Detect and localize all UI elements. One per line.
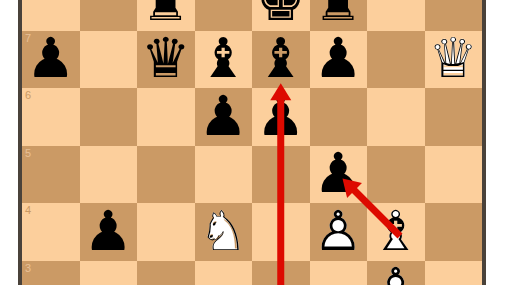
square-d5[interactable] bbox=[195, 146, 253, 204]
bishop-glyph-outline: ♗ bbox=[367, 203, 425, 261]
square-b3[interactable] bbox=[80, 261, 138, 285]
square-b4[interactable]: ♟ bbox=[80, 203, 138, 261]
square-d4[interactable]: ♞♘ bbox=[195, 203, 253, 261]
rank-label-3: 3 bbox=[25, 262, 31, 274]
square-c3[interactable] bbox=[137, 261, 195, 285]
chess-diagram: ♜♚♜7♟♛♝♝♟♛♕6♟♟5♟4♟♞♘♟♙♝♗3♟♙ bbox=[0, 0, 506, 285]
square-e3[interactable] bbox=[252, 261, 310, 285]
black-pawn-b4[interactable]: ♟ bbox=[80, 203, 138, 261]
black-bishop-d7[interactable]: ♝ bbox=[195, 31, 253, 89]
square-h6[interactable] bbox=[425, 88, 483, 146]
pawn-glyph: ♟ bbox=[310, 31, 368, 89]
black-pawn-f5[interactable]: ♟ bbox=[310, 146, 368, 204]
square-a3[interactable]: 3 bbox=[22, 261, 80, 285]
square-f3[interactable] bbox=[310, 261, 368, 285]
queen-glyph: ♛ bbox=[137, 31, 195, 89]
square-h3[interactable] bbox=[425, 261, 483, 285]
square-f7[interactable]: ♟ bbox=[310, 31, 368, 89]
white-pawn-g3[interactable]: ♟♙ bbox=[367, 261, 425, 285]
rank-label-4: 4 bbox=[25, 204, 31, 216]
chess-board: ♜♚♜7♟♛♝♝♟♛♕6♟♟5♟4♟♞♘♟♙♝♗3♟♙ bbox=[18, 0, 486, 285]
pawn-glyph: ♟ bbox=[80, 203, 138, 261]
rank-label-6: 6 bbox=[25, 89, 31, 101]
square-g7[interactable] bbox=[367, 31, 425, 89]
black-pawn-e6[interactable]: ♟ bbox=[252, 88, 310, 146]
board-grid: ♜♚♜7♟♛♝♝♟♛♕6♟♟5♟4♟♞♘♟♙♝♗3♟♙ bbox=[22, 0, 482, 285]
square-c5[interactable] bbox=[137, 146, 195, 204]
black-pawn-a7[interactable]: ♟ bbox=[22, 31, 80, 89]
pawn-glyph: ♟ bbox=[195, 88, 253, 146]
square-b6[interactable] bbox=[80, 88, 138, 146]
square-b5[interactable] bbox=[80, 146, 138, 204]
rank-label-5: 5 bbox=[25, 147, 31, 159]
square-a5[interactable]: 5 bbox=[22, 146, 80, 204]
white-knight-d4[interactable]: ♞♘ bbox=[195, 203, 253, 261]
white-queen-h7[interactable]: ♛♕ bbox=[425, 31, 483, 89]
square-b7[interactable] bbox=[80, 31, 138, 89]
square-h4[interactable] bbox=[425, 203, 483, 261]
square-c6[interactable] bbox=[137, 88, 195, 146]
pawn-glyph: ♟ bbox=[310, 146, 368, 204]
square-c7[interactable]: ♛ bbox=[137, 31, 195, 89]
bishop-glyph: ♝ bbox=[195, 31, 253, 89]
square-g4[interactable]: ♝♗ bbox=[367, 203, 425, 261]
black-pawn-d6[interactable]: ♟ bbox=[195, 88, 253, 146]
pawn-glyph: ♟ bbox=[22, 31, 80, 89]
black-queen-c7[interactable]: ♛ bbox=[137, 31, 195, 89]
square-g3[interactable]: ♟♙ bbox=[367, 261, 425, 285]
square-e4[interactable] bbox=[252, 203, 310, 261]
square-f6[interactable] bbox=[310, 88, 368, 146]
pawn-glyph-outline: ♙ bbox=[310, 203, 368, 261]
square-f4[interactable]: ♟♙ bbox=[310, 203, 368, 261]
square-b8[interactable] bbox=[80, 0, 138, 31]
square-h5[interactable] bbox=[425, 146, 483, 204]
square-d3[interactable] bbox=[195, 261, 253, 285]
knight-glyph-outline: ♘ bbox=[195, 203, 253, 261]
white-pawn-f4[interactable]: ♟♙ bbox=[310, 203, 368, 261]
black-bishop-e7[interactable]: ♝ bbox=[252, 31, 310, 89]
black-pawn-f7[interactable]: ♟ bbox=[310, 31, 368, 89]
square-d7[interactable]: ♝ bbox=[195, 31, 253, 89]
queen-glyph-outline: ♕ bbox=[425, 31, 483, 89]
square-f5[interactable]: ♟ bbox=[310, 146, 368, 204]
square-a4[interactable]: 4 bbox=[22, 203, 80, 261]
square-g8[interactable] bbox=[367, 0, 425, 31]
square-e5[interactable] bbox=[252, 146, 310, 204]
bishop-glyph: ♝ bbox=[252, 31, 310, 89]
square-a7[interactable]: 7♟ bbox=[22, 31, 80, 89]
square-c4[interactable] bbox=[137, 203, 195, 261]
square-g5[interactable] bbox=[367, 146, 425, 204]
pawn-glyph: ♟ bbox=[252, 88, 310, 146]
white-bishop-g4[interactable]: ♝♗ bbox=[367, 203, 425, 261]
square-g6[interactable] bbox=[367, 88, 425, 146]
square-h7[interactable]: ♛♕ bbox=[425, 31, 483, 89]
square-d6[interactable]: ♟ bbox=[195, 88, 253, 146]
pawn-glyph-outline: ♙ bbox=[367, 261, 425, 285]
square-a6[interactable]: 6 bbox=[22, 88, 80, 146]
square-e7[interactable]: ♝ bbox=[252, 31, 310, 89]
square-e6[interactable]: ♟ bbox=[252, 88, 310, 146]
